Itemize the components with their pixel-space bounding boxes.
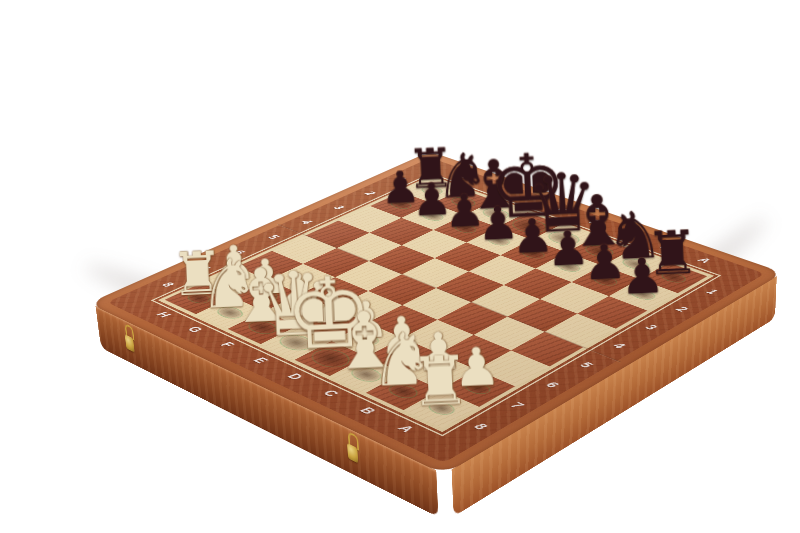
brass-clasp[interactable] bbox=[345, 433, 361, 471]
brass-clasp[interactable] bbox=[123, 326, 138, 360]
chess-board: HH11GG22FF33EE44DD55CC66BB77AA88 ♜♞♝♚♛♝♞… bbox=[88, 151, 783, 474]
piece-glyph: ♜ bbox=[409, 346, 472, 416]
piece-glyph: ♟ bbox=[620, 250, 666, 301]
product-photo-canvas: HH11GG22FF33EE44DD55CC66BB77AA88 ♜♞♝♚♛♝♞… bbox=[0, 0, 800, 533]
